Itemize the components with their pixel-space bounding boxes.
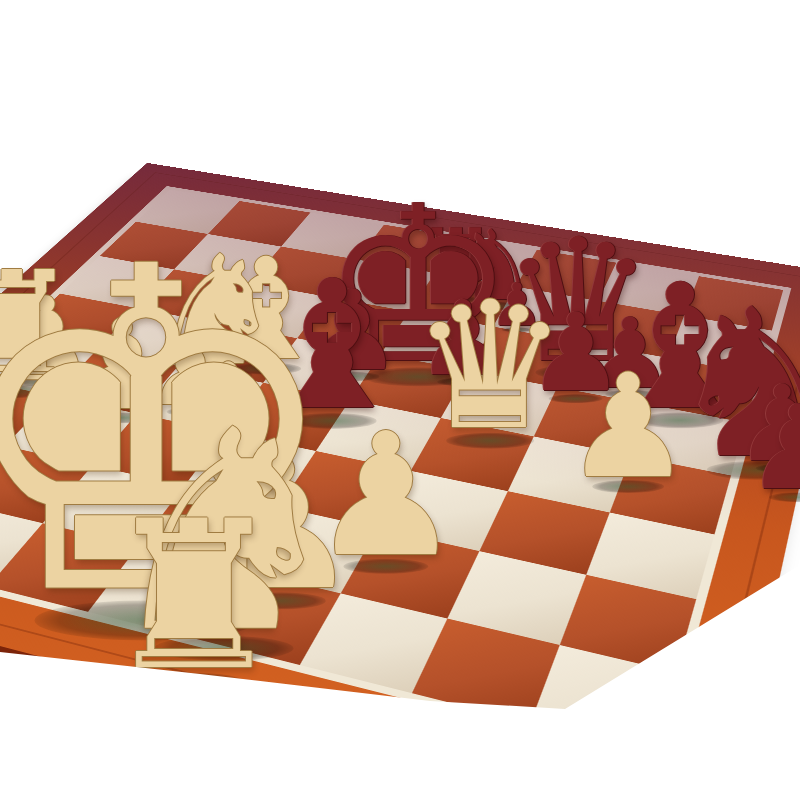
white-pawn-f4[interactable]: ♟ bbox=[564, 355, 692, 498]
pieces-layer: ♜♟♟♞♝♟♟♟♚♟♞♜♟♛♟♜♞♟♚♟♝♟♟♛♟♝♞♟♟ bbox=[0, 0, 800, 800]
black-pawn-h3[interactable]: ♟ bbox=[746, 390, 800, 506]
chess-set-product-photo: ♜♟♟♞♝♟♟♟♚♟♞♜♟♛♟♜♞♟♚♟♝♟♟♛♟♝♞♟♟ bbox=[0, 0, 800, 800]
white-rook-b1[interactable]: ♜ bbox=[102, 494, 286, 699]
